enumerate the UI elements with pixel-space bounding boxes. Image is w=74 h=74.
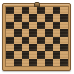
board-square: [60, 51, 68, 58]
board-square: [14, 59, 22, 66]
board-square: [29, 14, 37, 21]
board-square: [14, 44, 22, 51]
board-square: [37, 37, 45, 44]
board-square: [53, 37, 61, 44]
board-square: [60, 22, 68, 29]
board-square: [29, 51, 37, 58]
board-square: [14, 14, 22, 21]
board-square: [60, 44, 68, 51]
board-square: [14, 29, 22, 36]
board-square: [45, 44, 53, 51]
board-square: [6, 37, 14, 44]
board-square: [22, 7, 30, 14]
board-square: [53, 14, 61, 21]
chessboard: [2, 3, 71, 71]
board-square: [37, 14, 45, 21]
board-square: [22, 37, 30, 44]
board-square: [6, 44, 14, 51]
board-square: [6, 51, 14, 58]
board-square: [22, 22, 30, 29]
board-square: [14, 7, 22, 14]
board-square: [22, 14, 30, 21]
board-square: [6, 7, 14, 14]
board-square: [29, 44, 37, 51]
board-grid: [6, 7, 68, 66]
board-square: [37, 59, 45, 66]
board-square: [29, 22, 37, 29]
board-square: [29, 59, 37, 66]
board-square: [45, 7, 53, 14]
board-square: [53, 44, 61, 51]
board-square: [45, 22, 53, 29]
board-square: [22, 44, 30, 51]
board-square: [53, 59, 61, 66]
board-square: [22, 59, 30, 66]
board-square: [37, 7, 45, 14]
board-square: [6, 59, 14, 66]
board-square: [22, 51, 30, 58]
board-square: [14, 22, 22, 29]
board-square: [45, 51, 53, 58]
board-square: [53, 7, 61, 14]
board-photo: [0, 0, 74, 74]
board-square: [14, 37, 22, 44]
board-square: [60, 59, 68, 66]
board-square: [45, 59, 53, 66]
board-square: [6, 29, 14, 36]
board-square: [53, 51, 61, 58]
board-square: [29, 29, 37, 36]
board-square: [37, 51, 45, 58]
board-square: [60, 29, 68, 36]
board-square: [60, 7, 68, 14]
board-square: [45, 14, 53, 21]
board-square: [22, 29, 30, 36]
board-square: [37, 22, 45, 29]
board-square: [45, 37, 53, 44]
board-square: [45, 29, 53, 36]
board-square: [6, 14, 14, 21]
board-square: [60, 37, 68, 44]
board-square: [53, 22, 61, 29]
board-square: [29, 7, 37, 14]
board-square: [29, 37, 37, 44]
board-square: [37, 29, 45, 36]
board-square: [6, 22, 14, 29]
board-square: [37, 44, 45, 51]
board-square: [14, 51, 22, 58]
board-square: [60, 14, 68, 21]
board-square: [53, 29, 61, 36]
